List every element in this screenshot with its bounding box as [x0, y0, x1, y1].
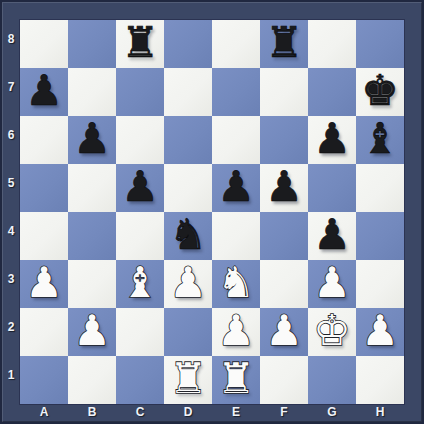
square-f2[interactable]: ♟	[260, 308, 308, 356]
black-pawn: ♟	[308, 116, 356, 164]
square-e4[interactable]	[212, 212, 260, 260]
square-f4[interactable]	[260, 212, 308, 260]
file-label-g: G	[308, 404, 356, 420]
black-pawn: ♟	[20, 68, 68, 116]
square-d6[interactable]	[164, 116, 212, 164]
file-label-b: B	[68, 404, 116, 420]
rank-label-5: 5	[2, 164, 20, 212]
square-h4[interactable]	[356, 212, 404, 260]
square-e2[interactable]: ♟	[212, 308, 260, 356]
square-g2[interactable]: ♚	[308, 308, 356, 356]
square-a2[interactable]	[20, 308, 68, 356]
square-f8[interactable]: ♜	[260, 20, 308, 68]
white-pawn: ♟	[260, 308, 308, 356]
rank-label-2: 2	[2, 308, 20, 356]
square-h5[interactable]	[356, 164, 404, 212]
white-pawn: ♟	[164, 260, 212, 308]
square-c2[interactable]	[116, 308, 164, 356]
square-e3[interactable]: ♞	[212, 260, 260, 308]
square-a5[interactable]	[20, 164, 68, 212]
square-f1[interactable]	[260, 356, 308, 404]
white-rook: ♜	[212, 356, 260, 404]
square-f5[interactable]: ♟	[260, 164, 308, 212]
square-e5[interactable]: ♟	[212, 164, 260, 212]
square-c7[interactable]	[116, 68, 164, 116]
square-c6[interactable]	[116, 116, 164, 164]
square-g1[interactable]	[308, 356, 356, 404]
file-label-c: C	[116, 404, 164, 420]
chess-board: ♜♜♟♚♟♟♝♟♟♟♞♟♟♝♟♞♟♟♟♟♚♟♜♜	[20, 20, 404, 404]
white-rook: ♜	[164, 356, 212, 404]
black-pawn: ♟	[308, 212, 356, 260]
square-b7[interactable]	[68, 68, 116, 116]
black-knight: ♞	[164, 212, 212, 260]
square-g4[interactable]: ♟	[308, 212, 356, 260]
square-h6[interactable]: ♝	[356, 116, 404, 164]
white-pawn: ♟	[68, 308, 116, 356]
square-h7[interactable]: ♚	[356, 68, 404, 116]
white-pawn: ♟	[212, 308, 260, 356]
file-label-f: F	[260, 404, 308, 420]
square-h8[interactable]	[356, 20, 404, 68]
rank-label-6: 6	[2, 116, 20, 164]
chess-board-frame: 87654321 ♜♜♟♚♟♟♝♟♟♟♞♟♟♝♟♞♟♟♟♟♚♟♜♜ ABCDEF…	[0, 0, 424, 424]
black-pawn: ♟	[116, 164, 164, 212]
file-label-e: E	[212, 404, 260, 420]
file-label-d: D	[164, 404, 212, 420]
black-rook: ♜	[260, 20, 308, 68]
square-d1[interactable]: ♜	[164, 356, 212, 404]
square-g7[interactable]	[308, 68, 356, 116]
square-d2[interactable]	[164, 308, 212, 356]
white-pawn: ♟	[356, 308, 404, 356]
white-pawn: ♟	[20, 260, 68, 308]
square-b5[interactable]	[68, 164, 116, 212]
square-h3[interactable]	[356, 260, 404, 308]
square-c1[interactable]	[116, 356, 164, 404]
square-b3[interactable]	[68, 260, 116, 308]
black-bishop: ♝	[356, 116, 404, 164]
square-f3[interactable]	[260, 260, 308, 308]
square-d8[interactable]	[164, 20, 212, 68]
square-c8[interactable]: ♜	[116, 20, 164, 68]
square-a4[interactable]	[20, 212, 68, 260]
square-h2[interactable]: ♟	[356, 308, 404, 356]
white-knight: ♞	[212, 260, 260, 308]
square-c5[interactable]: ♟	[116, 164, 164, 212]
square-b6[interactable]: ♟	[68, 116, 116, 164]
square-a6[interactable]	[20, 116, 68, 164]
square-c4[interactable]	[116, 212, 164, 260]
square-f7[interactable]	[260, 68, 308, 116]
black-pawn: ♟	[212, 164, 260, 212]
square-g5[interactable]	[308, 164, 356, 212]
black-pawn: ♟	[68, 116, 116, 164]
white-pawn: ♟	[308, 260, 356, 308]
rank-labels: 87654321	[2, 20, 20, 404]
rank-label-7: 7	[2, 68, 20, 116]
square-b1[interactable]	[68, 356, 116, 404]
square-e1[interactable]: ♜	[212, 356, 260, 404]
rank-label-8: 8	[2, 20, 20, 68]
square-c3[interactable]: ♝	[116, 260, 164, 308]
file-label-a: A	[20, 404, 68, 420]
square-a1[interactable]	[20, 356, 68, 404]
square-e8[interactable]	[212, 20, 260, 68]
square-d3[interactable]: ♟	[164, 260, 212, 308]
square-b2[interactable]: ♟	[68, 308, 116, 356]
square-g6[interactable]: ♟	[308, 116, 356, 164]
white-king: ♚	[308, 308, 356, 356]
square-h1[interactable]	[356, 356, 404, 404]
square-b4[interactable]	[68, 212, 116, 260]
square-b8[interactable]	[68, 20, 116, 68]
rank-label-1: 1	[2, 356, 20, 404]
white-bishop: ♝	[116, 260, 164, 308]
rank-label-3: 3	[2, 260, 20, 308]
black-king: ♚	[356, 68, 404, 116]
black-rook: ♜	[116, 20, 164, 68]
square-a3[interactable]: ♟	[20, 260, 68, 308]
file-label-h: H	[356, 404, 404, 420]
black-pawn: ♟	[260, 164, 308, 212]
file-labels: ABCDEFGH	[20, 404, 404, 424]
square-e6[interactable]	[212, 116, 260, 164]
square-a7[interactable]: ♟	[20, 68, 68, 116]
rank-label-4: 4	[2, 212, 20, 260]
square-a8[interactable]	[20, 20, 68, 68]
square-g8[interactable]	[308, 20, 356, 68]
square-d7[interactable]	[164, 68, 212, 116]
square-e7[interactable]	[212, 68, 260, 116]
square-d4[interactable]: ♞	[164, 212, 212, 260]
square-f6[interactable]	[260, 116, 308, 164]
square-d5[interactable]	[164, 164, 212, 212]
square-g3[interactable]: ♟	[308, 260, 356, 308]
